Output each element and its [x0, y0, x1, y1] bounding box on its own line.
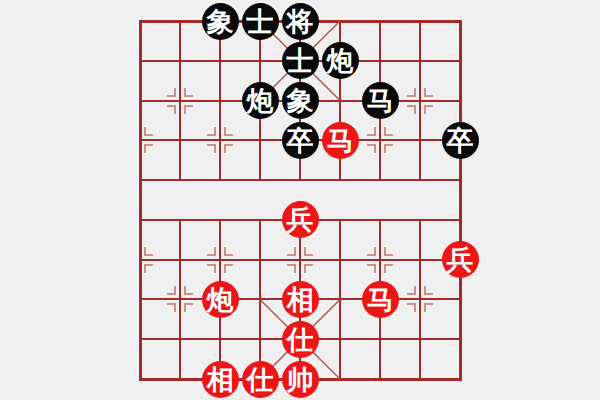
position-marker	[424, 105, 433, 114]
grid-line	[219, 21, 221, 180]
grid-line	[259, 220, 261, 379]
piece-black-soldier[interactable]: 卒	[442, 122, 479, 159]
grid-line	[179, 220, 181, 379]
grid-line	[139, 20, 142, 381]
position-marker	[184, 105, 193, 114]
position-marker	[384, 144, 393, 153]
position-marker	[184, 303, 193, 312]
grid-line	[419, 21, 421, 180]
position-marker	[407, 105, 416, 114]
position-marker	[167, 88, 176, 97]
position-marker	[224, 144, 233, 153]
position-marker	[207, 264, 216, 273]
piece-black-elephant[interactable]: 象	[202, 3, 239, 40]
position-marker	[207, 144, 216, 153]
grid-line	[339, 220, 341, 379]
position-marker	[367, 264, 376, 273]
piece-red-cannon[interactable]: 炮	[202, 281, 239, 318]
position-marker	[167, 303, 176, 312]
position-marker	[424, 286, 433, 295]
xiangqi-board[interactable]: 象士将士炮炮象马卒卒马兵兵炮相马仕相仕帅	[0, 0, 600, 400]
piece-red-soldier[interactable]: 兵	[282, 201, 319, 238]
position-marker	[304, 264, 313, 273]
position-marker	[407, 303, 416, 312]
position-marker	[384, 264, 393, 273]
position-marker	[424, 88, 433, 97]
position-marker	[207, 127, 216, 136]
piece-black-elephant[interactable]: 象	[282, 82, 319, 119]
piece-red-general[interactable]: 帅	[282, 361, 319, 398]
position-marker	[407, 88, 416, 97]
piece-black-advisor[interactable]: 士	[282, 42, 319, 79]
grid-line	[459, 20, 462, 381]
position-marker	[224, 247, 233, 256]
piece-red-advisor[interactable]: 仕	[282, 321, 319, 358]
position-marker	[167, 105, 176, 114]
position-marker	[367, 247, 376, 256]
piece-red-elephant[interactable]: 相	[202, 361, 239, 398]
position-marker	[367, 127, 376, 136]
piece-black-cannon[interactable]: 炮	[322, 42, 359, 79]
position-marker	[224, 264, 233, 273]
position-marker	[207, 247, 216, 256]
position-marker	[407, 286, 416, 295]
position-marker	[287, 264, 296, 273]
position-marker	[144, 127, 153, 136]
position-marker	[144, 144, 153, 153]
piece-red-soldier[interactable]: 兵	[442, 241, 479, 278]
position-marker	[304, 247, 313, 256]
position-marker	[424, 303, 433, 312]
piece-black-cannon[interactable]: 炮	[242, 82, 279, 119]
position-marker	[384, 127, 393, 136]
piece-red-horse[interactable]: 马	[322, 122, 359, 159]
piece-black-general[interactable]: 将	[282, 3, 319, 40]
position-marker	[184, 286, 193, 295]
position-marker	[144, 264, 153, 273]
piece-black-advisor[interactable]: 士	[242, 3, 279, 40]
piece-black-soldier[interactable]: 卒	[282, 122, 319, 159]
position-marker	[287, 247, 296, 256]
position-marker	[367, 144, 376, 153]
grid-line	[419, 220, 421, 379]
position-marker	[144, 247, 153, 256]
position-marker	[384, 247, 393, 256]
position-marker	[184, 88, 193, 97]
piece-red-advisor[interactable]: 仕	[242, 361, 279, 398]
position-marker	[224, 127, 233, 136]
grid-line	[179, 21, 181, 180]
piece-black-horse[interactable]: 马	[362, 82, 399, 119]
piece-red-elephant[interactable]: 相	[282, 281, 319, 318]
position-marker	[167, 286, 176, 295]
piece-red-horse[interactable]: 马	[362, 281, 399, 318]
